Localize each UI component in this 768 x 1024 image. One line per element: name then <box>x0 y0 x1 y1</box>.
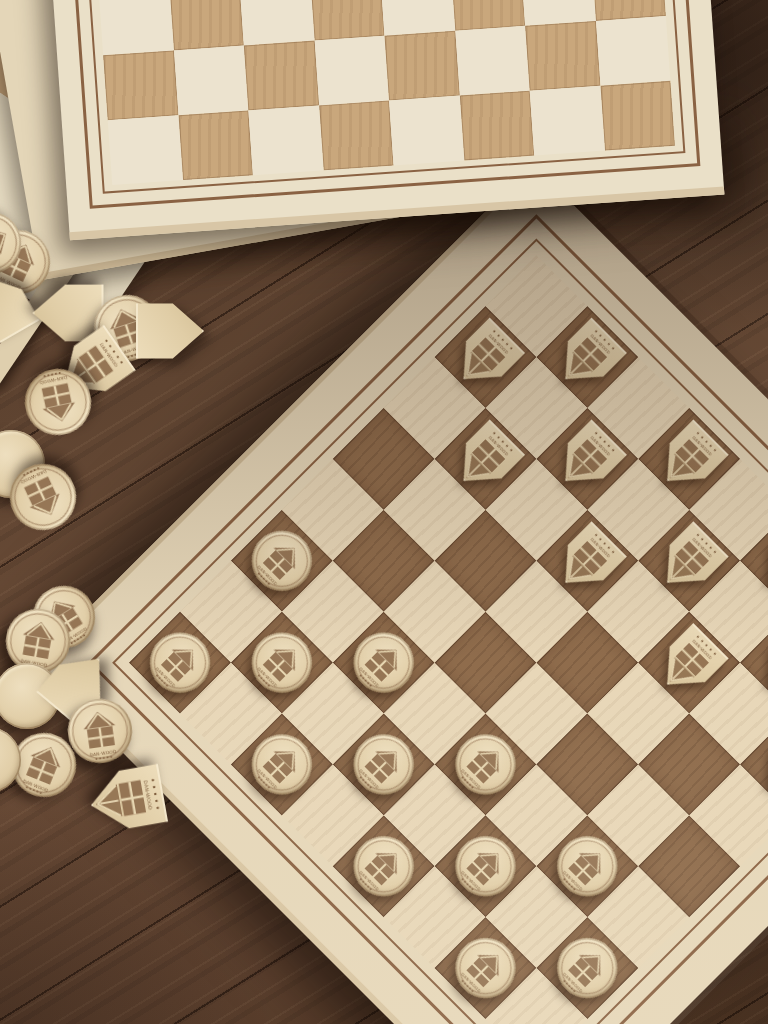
shield-piece-engraving: DAN-WOOD <box>545 518 630 603</box>
round-piece[interactable]: DAN-WOOD <box>443 926 528 1011</box>
house-roof <box>762 556 768 590</box>
shield-piece-engraving: DAN-WOOD <box>647 518 732 603</box>
piece-body: DAN-WOOD <box>443 417 528 502</box>
piece-body: DAN-WOOD <box>239 518 324 603</box>
round-piece[interactable]: DAN-WOOD <box>341 620 426 705</box>
shield-piece-engraving: DAN-WOOD <box>443 315 528 400</box>
shield-piece[interactable]: DAN-WOOD <box>749 518 768 603</box>
house-roof <box>0 220 14 254</box>
round-piece-engraving: DAN-WOOD <box>545 824 630 909</box>
dark-square[interactable] <box>244 41 319 111</box>
dark-square[interactable] <box>600 81 675 151</box>
round-piece-engraving: DAN-WOOD <box>138 620 223 705</box>
piece-body: DAN-WOOD <box>341 722 426 807</box>
shield-piece-engraving: DAN-WOOD <box>545 417 630 502</box>
piece-body <box>0 727 21 793</box>
shield-piece-engraving: DAN-WOOD <box>647 620 732 705</box>
round-piece[interactable]: DAN-WOOD <box>341 824 426 909</box>
piece-body: DAN-WOOD <box>443 722 528 807</box>
piece-body <box>136 299 204 363</box>
shield-piece[interactable]: DAN-WOOD <box>545 518 630 603</box>
shield-piece-engraving: DAN-WOOD <box>443 417 528 502</box>
photo-scene: DAN-WOOD DAN-WOOD DAN-WOOD DAN-WOOD <box>0 0 768 1024</box>
round-piece[interactable] <box>0 727 21 793</box>
piece-body: DAN-WOOD <box>749 620 768 705</box>
piece-body: DAN-WOOD <box>443 824 528 909</box>
dark-square[interactable] <box>103 50 178 120</box>
dark-square[interactable] <box>319 101 394 171</box>
round-piece-engraving: DAN-WOOD <box>443 926 528 1011</box>
round-piece-engraving: DAN-WOOD <box>239 518 324 603</box>
piece-body: DAN-WOOD <box>443 926 528 1011</box>
shield-piece-engraving: DAN-WOOD <box>749 722 768 807</box>
round-piece[interactable]: DAN-WOOD <box>545 824 630 909</box>
light-square <box>239 0 314 46</box>
piece-body: DAN-WOOD <box>749 518 768 603</box>
dark-square[interactable] <box>178 110 253 180</box>
round-piece[interactable]: DAN-WOOD <box>545 926 630 1011</box>
shield-piece[interactable]: DAN-WOOD <box>749 722 768 807</box>
round-piece[interactable]: DAN-WOOD <box>239 722 324 807</box>
dark-square[interactable] <box>525 21 600 91</box>
shield-piece-engraving: DAN-WOOD <box>647 417 732 502</box>
house-roof <box>762 759 768 793</box>
shield-piece[interactable]: DAN-WOOD <box>443 417 528 502</box>
shield-piece[interactable]: DAN-WOOD <box>545 417 630 502</box>
piece-body: DAN-WOOD <box>545 518 630 603</box>
shield-piece[interactable]: DAN-WOOD <box>545 315 630 400</box>
shield-piece[interactable] <box>136 299 204 363</box>
brand-text: DAN-WOOD <box>89 749 117 758</box>
shield-piece[interactable]: DAN-WOOD <box>749 620 768 705</box>
piece-body: DAN-WOOD <box>239 620 324 705</box>
piece-body: DAN-WOOD <box>647 518 732 603</box>
round-piece-engraving: DAN-WOOD <box>341 722 426 807</box>
piece-body: DAN-WOOD <box>545 417 630 502</box>
brand-text: DAN-WOOD <box>39 374 68 385</box>
round-piece-engraving: DAN-WOOD <box>545 926 630 1011</box>
light-square <box>530 86 605 156</box>
piece-body: DAN-WOOD <box>545 926 630 1011</box>
shield-piece[interactable]: DAN-WOOD <box>443 315 528 400</box>
shield-piece[interactable]: DAN-WOOD <box>647 417 732 502</box>
round-piece-engraving: DAN-WOOD <box>239 620 324 705</box>
house-roof <box>762 657 768 691</box>
light-square <box>595 16 670 86</box>
dark-square[interactable] <box>169 0 244 50</box>
piece-body: DAN-WOOD <box>647 417 732 502</box>
stacked-board-grid <box>76 0 675 185</box>
light-square <box>389 96 464 166</box>
round-piece-engraving: DAN-WOOD <box>443 824 528 909</box>
round-piece[interactable]: DAN-WOOD <box>443 824 528 909</box>
piece-body: DAN-WOOD <box>545 824 630 909</box>
round-piece[interactable]: DAN-WOOD <box>443 722 528 807</box>
round-piece[interactable]: DAN-WOOD <box>341 722 426 807</box>
light-square <box>314 36 389 106</box>
shield-piece-engraving: DAN-WOOD <box>749 620 768 705</box>
round-piece[interactable]: DAN-WOOD <box>239 620 324 705</box>
light-square <box>455 26 530 96</box>
light-square <box>380 0 455 36</box>
dark-square[interactable] <box>310 0 385 41</box>
dark-square[interactable] <box>459 91 534 161</box>
piece-body: DAN-WOOD <box>138 620 223 705</box>
shield-piece-engraving: DAN-WOOD <box>545 315 630 400</box>
light-square <box>99 0 174 55</box>
shield-piece-engraving: DAN-WOOD <box>85 759 169 839</box>
light-square <box>108 115 183 185</box>
piece-body: DAN-WOOD <box>443 315 528 400</box>
piece-body: DAN-WOOD <box>749 722 768 807</box>
round-piece-engraving: DAN-WOOD <box>341 620 426 705</box>
piece-body: DAN-WOOD <box>341 824 426 909</box>
round-piece[interactable]: DAN-WOOD <box>138 620 223 705</box>
piece-body: DAN-WOOD <box>239 722 324 807</box>
piece-body: DAN-WOOD <box>545 315 630 400</box>
piece-body: DAN-WOOD <box>341 620 426 705</box>
round-piece-engraving: DAN-WOOD <box>239 722 324 807</box>
round-piece-engraving: DAN-WOOD <box>341 824 426 909</box>
dark-square[interactable] <box>385 31 460 101</box>
shield-piece[interactable]: DAN-WOOD <box>85 759 169 839</box>
braille-dots <box>151 779 159 809</box>
shield-piece-engraving: DAN-WOOD <box>749 518 768 603</box>
round-piece[interactable]: DAN-WOOD <box>239 518 324 603</box>
piece-body: DAN-WOOD <box>85 759 169 839</box>
round-piece-engraving: DAN-WOOD <box>443 722 528 807</box>
shield-piece[interactable]: DAN-WOOD <box>647 620 732 705</box>
light-square <box>174 46 249 116</box>
piece-body: DAN-WOOD <box>647 620 732 705</box>
shield-piece[interactable]: DAN-WOOD <box>647 518 732 603</box>
light-square <box>248 105 323 175</box>
